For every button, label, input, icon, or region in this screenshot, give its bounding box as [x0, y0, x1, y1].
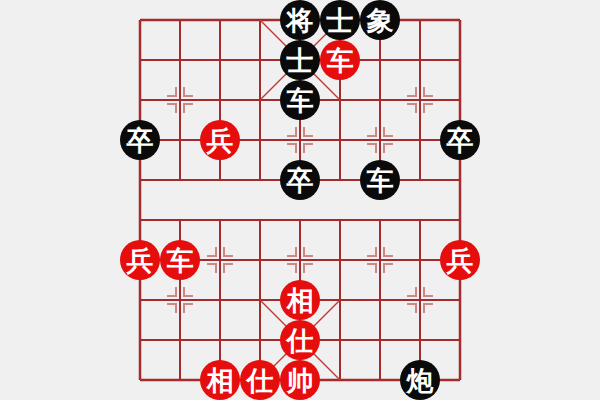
- piece-red-soldier[interactable]: 兵: [440, 240, 480, 280]
- piece-red-advisor[interactable]: 仕: [280, 320, 320, 360]
- piece-black-cannon[interactable]: 炮: [400, 360, 440, 400]
- piece-red-elephant[interactable]: 相: [200, 360, 240, 400]
- piece-red-elephant[interactable]: 相: [280, 280, 320, 320]
- piece-red-general[interactable]: 帅: [280, 360, 320, 400]
- piece-black-advisor[interactable]: 士: [320, 0, 360, 40]
- piece-red-soldier[interactable]: 兵: [120, 240, 160, 280]
- piece-black-general[interactable]: 将: [280, 0, 320, 40]
- piece-black-chariot[interactable]: 车: [360, 160, 400, 200]
- piece-red-chariot[interactable]: 车: [160, 240, 200, 280]
- piece-red-advisor[interactable]: 仕: [240, 360, 280, 400]
- piece-black-advisor[interactable]: 士: [280, 40, 320, 80]
- piece-red-chariot[interactable]: 车: [320, 40, 360, 80]
- piece-black-chariot[interactable]: 车: [280, 80, 320, 120]
- piece-red-soldier[interactable]: 兵: [200, 120, 240, 160]
- xiangqi-board[interactable]: 将士象士车车卒兵卒卒车兵车兵相仕相仕帅炮: [120, 0, 480, 400]
- piece-black-soldier[interactable]: 卒: [120, 120, 160, 160]
- piece-black-soldier[interactable]: 卒: [440, 120, 480, 160]
- piece-black-soldier[interactable]: 卒: [280, 160, 320, 200]
- xiangqi-screen: 将士象士车车卒兵卒卒车兵车兵相仕相仕帅炮: [0, 0, 600, 400]
- piece-black-elephant[interactable]: 象: [360, 0, 400, 40]
